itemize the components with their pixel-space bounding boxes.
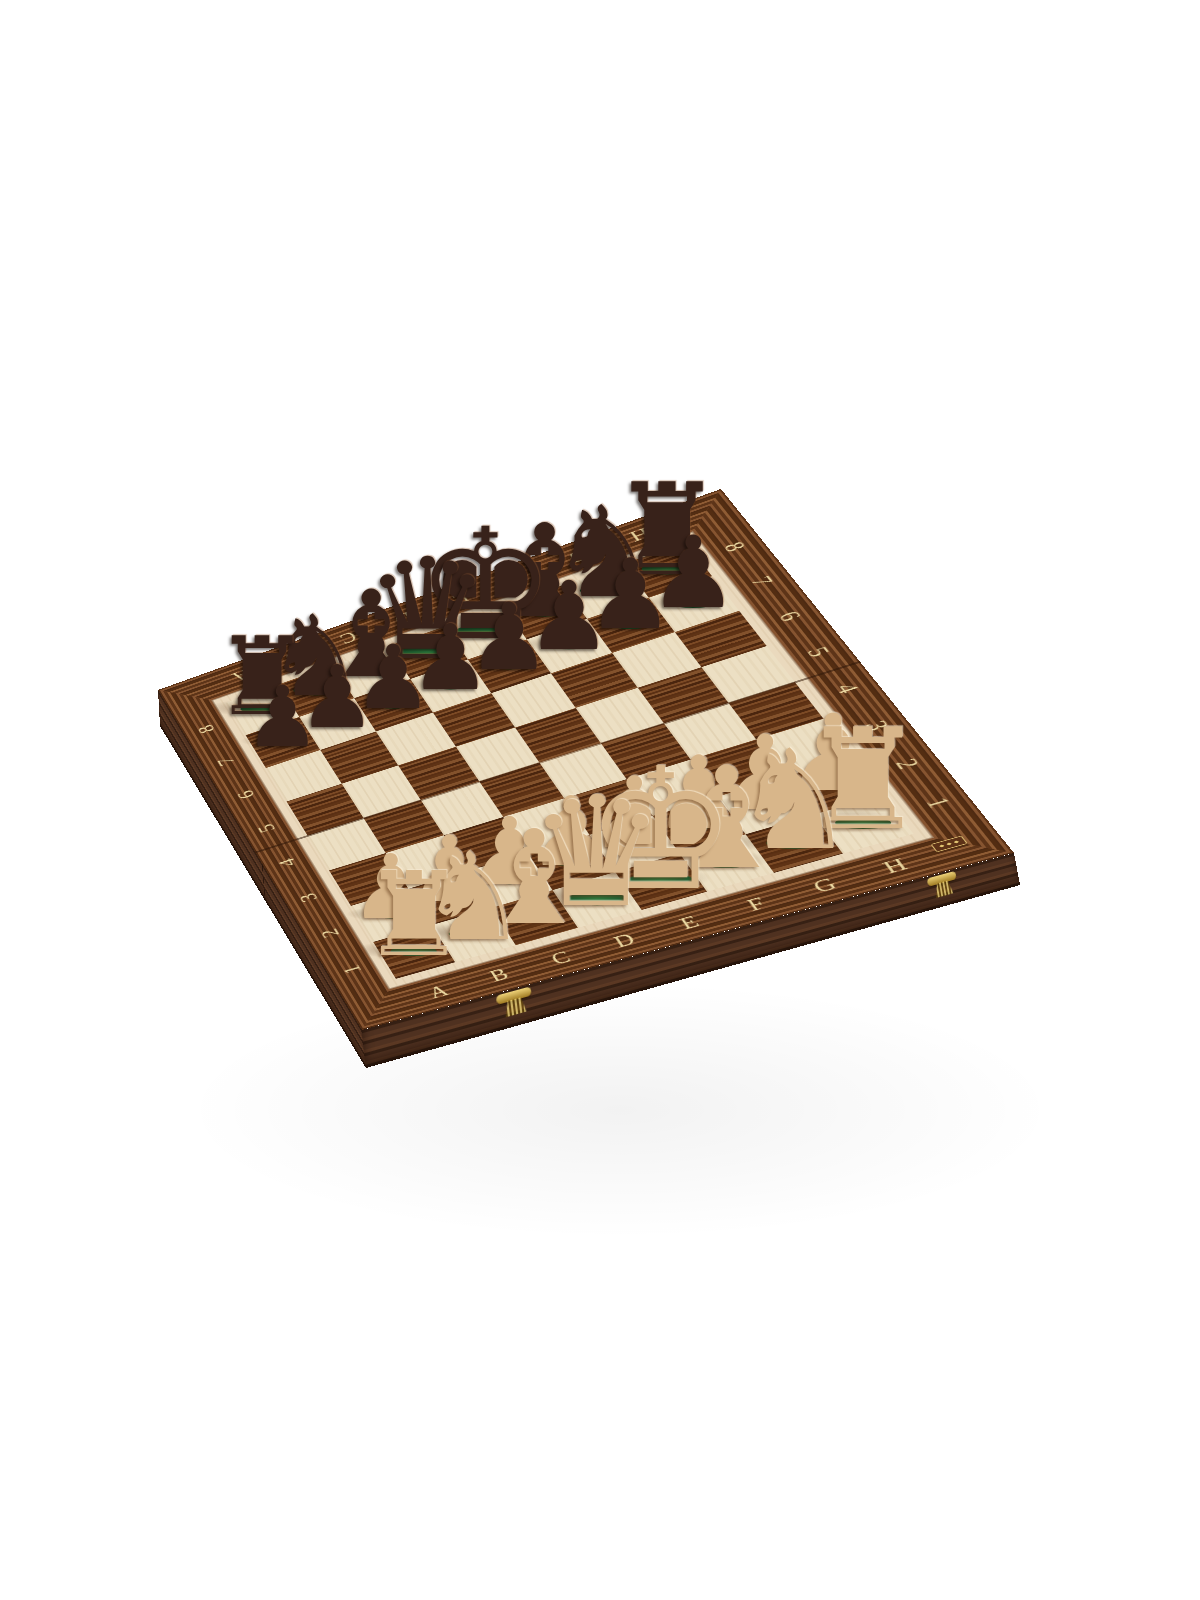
piece-black-pawn-a7[interactable]: ♟ xyxy=(245,674,321,758)
chess-set-photo: AABBCCDDEEFFGGHH1122334455667788 ♜♞♝♛♚♝♞… xyxy=(0,0,1200,1600)
white-rook-icon: ♜ xyxy=(361,857,466,974)
piece-white-rook-a1[interactable]: ♜ xyxy=(361,857,466,974)
cast-shadow xyxy=(180,980,1060,1240)
brass-latch xyxy=(925,870,962,906)
black-pawn-icon: ♟ xyxy=(245,674,321,758)
